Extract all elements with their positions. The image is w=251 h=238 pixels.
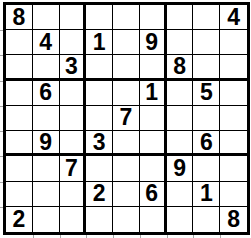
sudoku-cell-empty[interactable] [86,81,113,106]
sudoku-cell-given: 2 [6,207,33,232]
sudoku-cell-empty[interactable] [113,81,140,106]
sudoku-cell-empty[interactable] [140,156,167,181]
sudoku-cell-empty[interactable] [167,106,194,131]
gridline-tick [60,235,61,238]
sudoku-cell-given: 8 [220,207,247,232]
sudoku-cell-empty[interactable] [113,5,140,30]
sudoku-cell-empty[interactable] [86,55,113,80]
sudoku-cell-given: 4 [220,5,247,30]
gridline-tick [0,81,3,82]
sudoku-cell-given: 6 [33,81,60,106]
sudoku-cell-given: 6 [140,182,167,207]
sudoku-cell-empty[interactable] [220,55,247,80]
sudoku-cell-empty[interactable] [6,81,33,106]
sudoku-cell-empty[interactable] [6,131,33,156]
gridline-tick [0,106,3,107]
sudoku-cell-given: 4 [33,30,60,55]
gridline-tick [86,235,87,238]
sudoku-cell-empty[interactable] [113,30,140,55]
sudoku-cell-empty[interactable] [6,156,33,181]
sudoku-cell-empty[interactable] [140,55,167,80]
sudoku-cell-empty[interactable] [33,182,60,207]
sudoku-cell-empty[interactable] [60,5,87,30]
sudoku-cell-empty[interactable] [113,131,140,156]
sudoku-cell-given: 2 [86,182,113,207]
gridline-tick [113,235,114,238]
gridline-tick [33,235,34,238]
sudoku-cell-empty[interactable] [113,182,140,207]
sudoku-cell-empty[interactable] [113,156,140,181]
sudoku-cell-given: 9 [140,30,167,55]
sudoku-cell-empty[interactable] [60,131,87,156]
sudoku-cell-empty[interactable] [220,182,247,207]
sudoku-cell-empty[interactable] [193,156,220,181]
sudoku-cell-empty[interactable] [6,55,33,80]
gridline-tick [193,235,194,238]
sudoku-cell-given: 3 [86,131,113,156]
sudoku-cell-empty[interactable] [140,106,167,131]
sudoku-cell-given: 9 [33,131,60,156]
sudoku-cell-empty[interactable] [220,131,247,156]
sudoku-cell-given: 9 [167,156,194,181]
sudoku-cell-empty[interactable] [220,156,247,181]
sudoku-puzzle: 844193861579367926128 [0,0,251,238]
sudoku-cell-empty[interactable] [140,131,167,156]
sudoku-cell-empty[interactable] [220,106,247,131]
sudoku-cell-empty[interactable] [167,81,194,106]
gridline-tick [0,131,3,132]
gridline-tick [220,235,221,238]
sudoku-cell-given: 8 [6,5,33,30]
sudoku-cell-empty[interactable] [33,207,60,232]
sudoku-cell-empty[interactable] [86,106,113,131]
gridline-tick [0,182,3,183]
sudoku-cell-empty[interactable] [220,30,247,55]
sudoku-cell-empty[interactable] [167,131,194,156]
gridline-tick [0,156,3,157]
sudoku-cell-empty[interactable] [193,106,220,131]
sudoku-cell-given: 1 [86,30,113,55]
sudoku-cell-given: 3 [60,55,87,80]
sudoku-cell-empty[interactable] [60,30,87,55]
sudoku-cell-given: 7 [113,106,140,131]
sudoku-cell-empty[interactable] [60,182,87,207]
sudoku-cell-empty[interactable] [193,55,220,80]
sudoku-cell-empty[interactable] [167,182,194,207]
sudoku-cell-empty[interactable] [193,30,220,55]
sudoku-cell-empty[interactable] [140,5,167,30]
sudoku-cell-given: 7 [60,156,87,181]
sudoku-cell-empty[interactable] [193,207,220,232]
gridline-tick [140,235,141,238]
sudoku-cell-empty[interactable] [113,207,140,232]
sudoku-cell-empty[interactable] [140,207,167,232]
sudoku-cell-empty[interactable] [220,81,247,106]
sudoku-cell-empty[interactable] [167,5,194,30]
sudoku-cell-empty[interactable] [33,55,60,80]
sudoku-cell-given: 5 [193,81,220,106]
sudoku-cell-empty[interactable] [86,156,113,181]
sudoku-cell-empty[interactable] [113,55,140,80]
sudoku-cell-given: 1 [140,81,167,106]
sudoku-cell-empty[interactable] [6,30,33,55]
sudoku-cell-empty[interactable] [60,106,87,131]
sudoku-cell-empty[interactable] [60,81,87,106]
sudoku-cell-empty[interactable] [86,207,113,232]
sudoku-cell-given: 1 [193,182,220,207]
sudoku-cell-empty[interactable] [33,106,60,131]
sudoku-cell-empty[interactable] [167,207,194,232]
sudoku-cell-empty[interactable] [33,156,60,181]
sudoku-cell-empty[interactable] [33,5,60,30]
sudoku-cell-empty[interactable] [60,207,87,232]
gridline-tick [167,235,168,238]
sudoku-cell-empty[interactable] [167,30,194,55]
sudoku-cell-empty[interactable] [193,5,220,30]
sudoku-cell-given: 8 [167,55,194,80]
gridline-tick [0,30,3,31]
sudoku-cell-given: 6 [193,131,220,156]
sudoku-cell-empty[interactable] [6,106,33,131]
sudoku-board: 844193861579367926128 [3,2,250,235]
gridline-tick [0,55,3,56]
gridline-tick [0,207,3,208]
sudoku-cell-empty[interactable] [6,182,33,207]
sudoku-cell-empty[interactable] [86,5,113,30]
